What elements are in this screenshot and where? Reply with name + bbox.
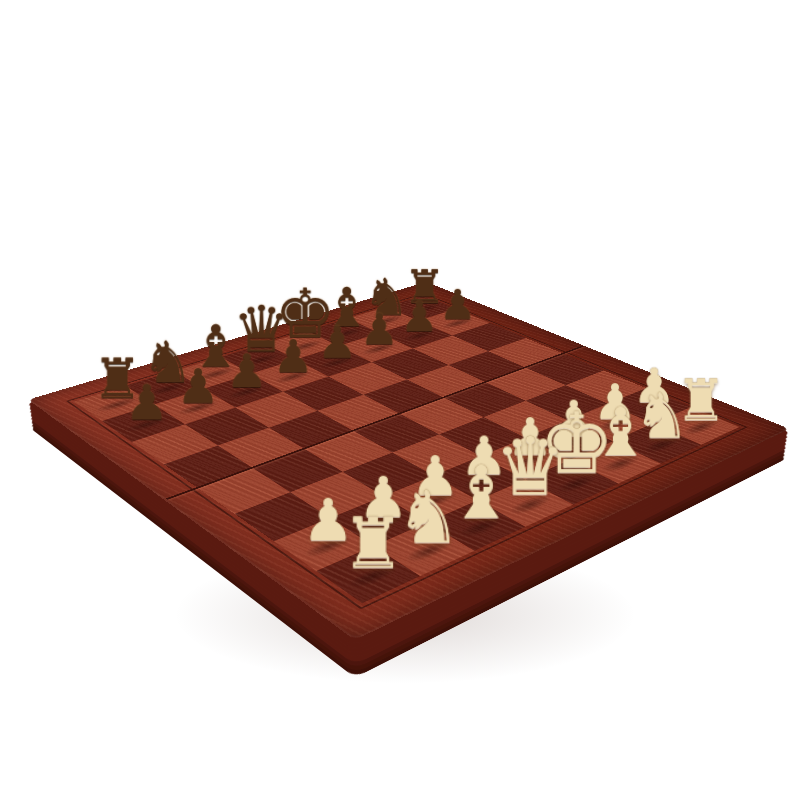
piece-black-pawn: ♟ <box>101 378 193 427</box>
photo-stage: ♜♞♝♛♚♝♞♜♟♟♟♟♟♟♟♟♟♟♟♟♟♟♟♟♜♞♝♛♚♝♞♜ <box>0 0 800 800</box>
square-a7: ♟ <box>102 404 185 441</box>
square-a1: ♜ <box>316 546 420 603</box>
piece-white-rook: ♜ <box>316 509 429 579</box>
